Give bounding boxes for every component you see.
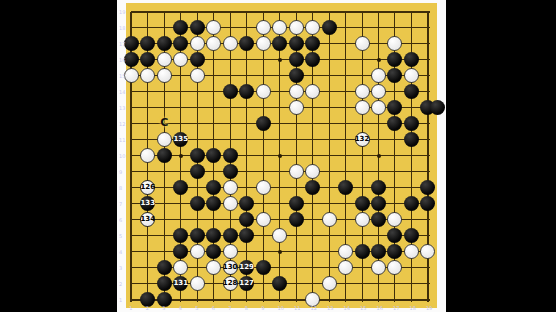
stone-white[interactable] bbox=[256, 84, 271, 99]
stone-black[interactable] bbox=[404, 52, 419, 67]
edge-coordinate-bottom: 18 bbox=[409, 306, 415, 311]
edge-coordinate-left: 17 bbox=[119, 42, 125, 47]
stone-white[interactable] bbox=[190, 276, 205, 291]
stone-black[interactable] bbox=[190, 228, 205, 243]
stone-black[interactable] bbox=[371, 244, 386, 259]
stone-white[interactable] bbox=[355, 100, 370, 115]
edge-coordinate-bottom: 10 bbox=[278, 306, 284, 311]
stone-white[interactable] bbox=[223, 196, 238, 211]
stone-white[interactable] bbox=[371, 100, 386, 115]
edge-coordinate-bottom: 2 bbox=[146, 306, 149, 311]
stone-black[interactable] bbox=[371, 180, 386, 195]
stone-white[interactable] bbox=[157, 52, 172, 67]
stone-black[interactable] bbox=[239, 212, 254, 227]
stone-white[interactable] bbox=[157, 132, 172, 147]
edge-coordinate-left: 18 bbox=[119, 26, 125, 31]
stone-black[interactable] bbox=[173, 244, 188, 259]
stone-black[interactable] bbox=[404, 196, 419, 211]
stone-white[interactable] bbox=[173, 260, 188, 275]
stone-black-move-131[interactable]: 131 bbox=[173, 276, 188, 291]
stone-black[interactable] bbox=[404, 228, 419, 243]
stone-white[interactable] bbox=[371, 68, 386, 83]
stone-black[interactable] bbox=[239, 36, 254, 51]
stone-black[interactable] bbox=[223, 148, 238, 163]
edge-coordinate-left: 14 bbox=[119, 90, 125, 95]
stone-black[interactable] bbox=[355, 196, 370, 211]
screenshot-stage: 135132126133134130129131128127C 19181716… bbox=[0, 0, 556, 312]
stone-black[interactable] bbox=[157, 260, 172, 275]
stone-white[interactable] bbox=[322, 276, 337, 291]
stone-black[interactable] bbox=[371, 196, 386, 211]
stone-black[interactable] bbox=[272, 36, 287, 51]
hoshi-star-point bbox=[377, 154, 381, 158]
stone-black[interactable] bbox=[420, 196, 435, 211]
stone-black[interactable] bbox=[173, 228, 188, 243]
edge-coordinate-left: 10 bbox=[119, 154, 125, 159]
stone-black[interactable] bbox=[173, 20, 188, 35]
stone-black[interactable] bbox=[289, 196, 304, 211]
stone-black[interactable] bbox=[305, 52, 320, 67]
stone-black[interactable] bbox=[289, 212, 304, 227]
stone-black[interactable] bbox=[223, 228, 238, 243]
edge-coordinate-left: 6 bbox=[119, 218, 122, 223]
stone-white[interactable] bbox=[256, 20, 271, 35]
stone-black[interactable] bbox=[223, 84, 238, 99]
stone-black[interactable] bbox=[206, 196, 221, 211]
stone-black-move-129[interactable]: 129 bbox=[239, 260, 254, 275]
stone-white[interactable] bbox=[173, 52, 188, 67]
edge-coordinate-left: 16 bbox=[119, 58, 125, 63]
grid-line-horizontal bbox=[131, 171, 430, 172]
edge-coordinate-left: 12 bbox=[119, 122, 125, 127]
edge-coordinate-bottom: 3 bbox=[162, 306, 165, 311]
stone-black[interactable] bbox=[355, 244, 370, 259]
stone-black[interactable] bbox=[190, 20, 205, 35]
outside-stone-black bbox=[430, 100, 445, 115]
grid-line-vertical bbox=[329, 12, 330, 302]
stone-white[interactable] bbox=[140, 68, 155, 83]
edge-coordinate-bottom: 13 bbox=[327, 306, 333, 311]
stone-white[interactable] bbox=[371, 260, 386, 275]
stone-white-move-128[interactable]: 128 bbox=[223, 276, 238, 291]
edge-coordinate-bottom: 12 bbox=[311, 306, 317, 311]
stone-black[interactable] bbox=[289, 52, 304, 67]
edge-coordinate-left: 4 bbox=[119, 250, 122, 255]
edge-coordinate-bottom: 19 bbox=[426, 306, 432, 311]
edge-coordinate-left: 9 bbox=[119, 170, 122, 175]
stone-white[interactable] bbox=[289, 84, 304, 99]
grid-line-vertical bbox=[246, 12, 247, 302]
edge-coordinate-bottom: 6 bbox=[212, 306, 215, 311]
stone-black[interactable] bbox=[124, 36, 139, 51]
stone-white[interactable] bbox=[256, 36, 271, 51]
edge-coordinate-left: 5 bbox=[119, 234, 122, 239]
grid-line-horizontal bbox=[131, 123, 430, 124]
stone-black-move-135[interactable]: 135 bbox=[173, 132, 188, 147]
stone-white[interactable] bbox=[190, 36, 205, 51]
edge-coordinate-bottom: 8 bbox=[245, 306, 248, 311]
stone-white[interactable] bbox=[256, 180, 271, 195]
hoshi-star-point bbox=[278, 154, 282, 158]
stone-white[interactable] bbox=[305, 84, 320, 99]
stone-black[interactable] bbox=[338, 180, 353, 195]
stone-black[interactable] bbox=[206, 228, 221, 243]
stone-black[interactable] bbox=[256, 260, 271, 275]
edge-coordinate-bottom: 4 bbox=[179, 306, 182, 311]
stone-white[interactable] bbox=[206, 20, 221, 35]
stone-black[interactable] bbox=[157, 148, 172, 163]
stone-black-move-127[interactable]: 127 bbox=[239, 276, 254, 291]
stone-black[interactable] bbox=[239, 84, 254, 99]
stone-black[interactable] bbox=[157, 36, 172, 51]
stone-white[interactable] bbox=[355, 212, 370, 227]
stone-black[interactable] bbox=[387, 100, 402, 115]
stone-black[interactable] bbox=[272, 276, 287, 291]
stone-black[interactable] bbox=[157, 276, 172, 291]
stone-white[interactable] bbox=[223, 244, 238, 259]
edge-coordinate-bottom: 15 bbox=[360, 306, 366, 311]
edge-coordinate-left: 15 bbox=[119, 74, 125, 79]
stone-black[interactable] bbox=[322, 20, 337, 35]
stone-white[interactable] bbox=[322, 212, 337, 227]
stone-black[interactable] bbox=[140, 52, 155, 67]
stone-black[interactable] bbox=[239, 228, 254, 243]
grid-line-vertical bbox=[263, 12, 264, 302]
stone-white[interactable] bbox=[305, 164, 320, 179]
stone-black-move-133[interactable]: 133 bbox=[140, 196, 155, 211]
stone-white[interactable] bbox=[124, 68, 139, 83]
stone-black[interactable] bbox=[124, 52, 139, 67]
stone-white[interactable] bbox=[387, 212, 402, 227]
stone-white[interactable] bbox=[355, 36, 370, 51]
letter-marker-c: C bbox=[160, 116, 168, 129]
go-board: 135132126133134130129131128127C bbox=[126, 3, 437, 308]
stone-black[interactable] bbox=[190, 52, 205, 67]
stone-white[interactable] bbox=[371, 84, 386, 99]
stone-black[interactable] bbox=[305, 36, 320, 51]
stone-white[interactable] bbox=[272, 20, 287, 35]
hoshi-star-point bbox=[377, 58, 381, 62]
edge-coordinate-left: 13 bbox=[119, 106, 125, 111]
grid-line-horizontal bbox=[131, 299, 430, 301]
stone-white[interactable] bbox=[190, 244, 205, 259]
stone-black[interactable] bbox=[305, 180, 320, 195]
stone-white[interactable] bbox=[338, 244, 353, 259]
hoshi-star-point bbox=[278, 250, 282, 254]
edge-coordinate-left: 1 bbox=[119, 298, 122, 303]
stone-black[interactable] bbox=[371, 212, 386, 227]
stone-black[interactable] bbox=[206, 148, 221, 163]
stone-white[interactable] bbox=[289, 100, 304, 115]
stone-white[interactable] bbox=[404, 68, 419, 83]
stone-black[interactable] bbox=[289, 36, 304, 51]
stone-white[interactable] bbox=[338, 260, 353, 275]
stone-white[interactable] bbox=[190, 68, 205, 83]
stone-white[interactable] bbox=[206, 36, 221, 51]
stone-black[interactable] bbox=[404, 132, 419, 147]
edge-coordinate-bottom: 14 bbox=[344, 306, 350, 311]
stone-white-move-130[interactable]: 130 bbox=[223, 260, 238, 275]
grid-line-horizontal bbox=[131, 11, 430, 13]
stone-white[interactable] bbox=[305, 20, 320, 35]
stone-black[interactable] bbox=[404, 84, 419, 99]
stone-white[interactable] bbox=[223, 180, 238, 195]
edge-coordinate-bottom: 9 bbox=[261, 306, 264, 311]
stone-black[interactable] bbox=[387, 244, 402, 259]
edge-coordinate-left: 7 bbox=[119, 202, 122, 207]
stone-white[interactable] bbox=[206, 260, 221, 275]
stone-white[interactable] bbox=[387, 260, 402, 275]
stone-white[interactable] bbox=[404, 244, 419, 259]
hoshi-star-point bbox=[179, 154, 183, 158]
stone-black[interactable] bbox=[140, 36, 155, 51]
stone-black[interactable] bbox=[206, 180, 221, 195]
edge-coordinate-bottom: 17 bbox=[393, 306, 399, 311]
edge-coordinate-bottom: 7 bbox=[228, 306, 231, 311]
stone-black[interactable] bbox=[420, 180, 435, 195]
edge-coordinate-bottom: 11 bbox=[294, 306, 300, 311]
stone-black[interactable] bbox=[387, 68, 402, 83]
stone-white-move-132[interactable]: 132 bbox=[355, 132, 370, 147]
stone-black[interactable] bbox=[190, 164, 205, 179]
stone-white[interactable] bbox=[289, 20, 304, 35]
hoshi-star-point bbox=[278, 58, 282, 62]
stone-white-move-126[interactable]: 126 bbox=[140, 180, 155, 195]
stone-white[interactable] bbox=[157, 68, 172, 83]
stone-black[interactable] bbox=[256, 116, 271, 131]
edge-coordinate-bottom: 1 bbox=[129, 306, 132, 311]
stone-black[interactable] bbox=[387, 52, 402, 67]
stone-white[interactable] bbox=[140, 148, 155, 163]
stone-black[interactable] bbox=[223, 164, 238, 179]
stone-black[interactable] bbox=[387, 228, 402, 243]
stone-white[interactable] bbox=[355, 84, 370, 99]
stone-black[interactable] bbox=[190, 148, 205, 163]
edge-coordinate-bottom: 5 bbox=[195, 306, 198, 311]
edge-coordinate-left: 8 bbox=[119, 186, 122, 191]
stone-black[interactable] bbox=[404, 116, 419, 131]
stone-black[interactable] bbox=[190, 196, 205, 211]
stone-black[interactable] bbox=[387, 116, 402, 131]
stone-black[interactable] bbox=[173, 180, 188, 195]
stone-black[interactable] bbox=[239, 196, 254, 211]
stone-white[interactable] bbox=[256, 212, 271, 227]
stone-white-move-134[interactable]: 134 bbox=[140, 212, 155, 227]
edge-coordinate-left: 19 bbox=[119, 10, 125, 15]
stone-white[interactable] bbox=[223, 36, 238, 51]
stone-white[interactable] bbox=[272, 228, 287, 243]
stone-black[interactable] bbox=[289, 68, 304, 83]
stone-white[interactable] bbox=[289, 164, 304, 179]
stone-white[interactable] bbox=[420, 244, 435, 259]
edge-coordinate-left: 11 bbox=[119, 138, 125, 143]
edge-coordinate-left: 2 bbox=[119, 282, 122, 287]
stone-black[interactable] bbox=[206, 244, 221, 259]
edge-coordinate-bottom: 16 bbox=[377, 306, 383, 311]
edge-coordinate-left: 3 bbox=[119, 266, 122, 271]
stone-white[interactable] bbox=[387, 36, 402, 51]
stone-black[interactable] bbox=[173, 36, 188, 51]
